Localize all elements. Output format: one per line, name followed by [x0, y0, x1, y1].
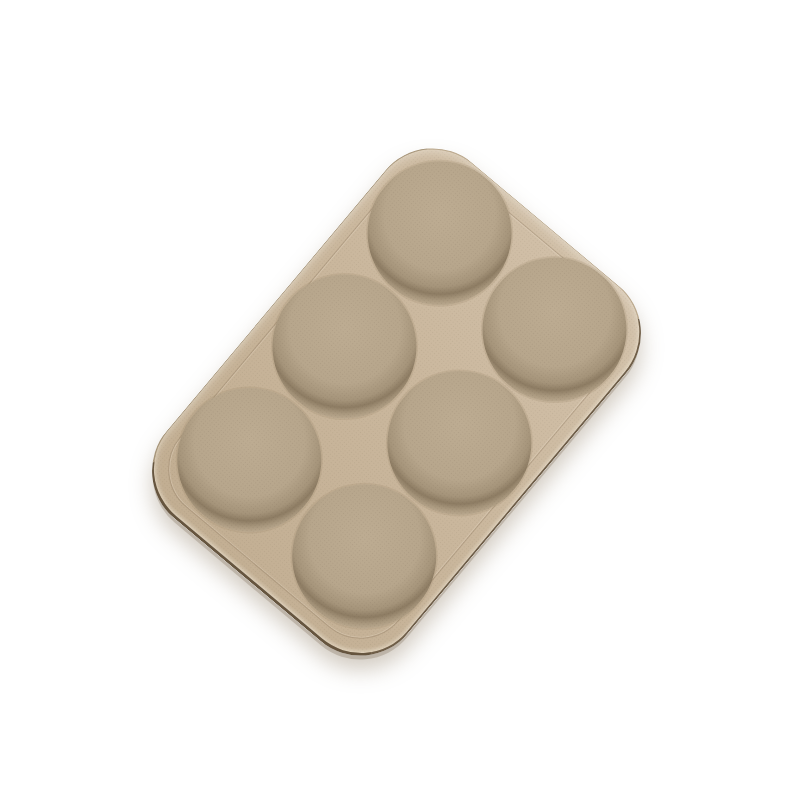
- muffin-cups-grid: [129, 124, 664, 677]
- muffin-pan: [127, 123, 667, 681]
- background: [0, 0, 800, 800]
